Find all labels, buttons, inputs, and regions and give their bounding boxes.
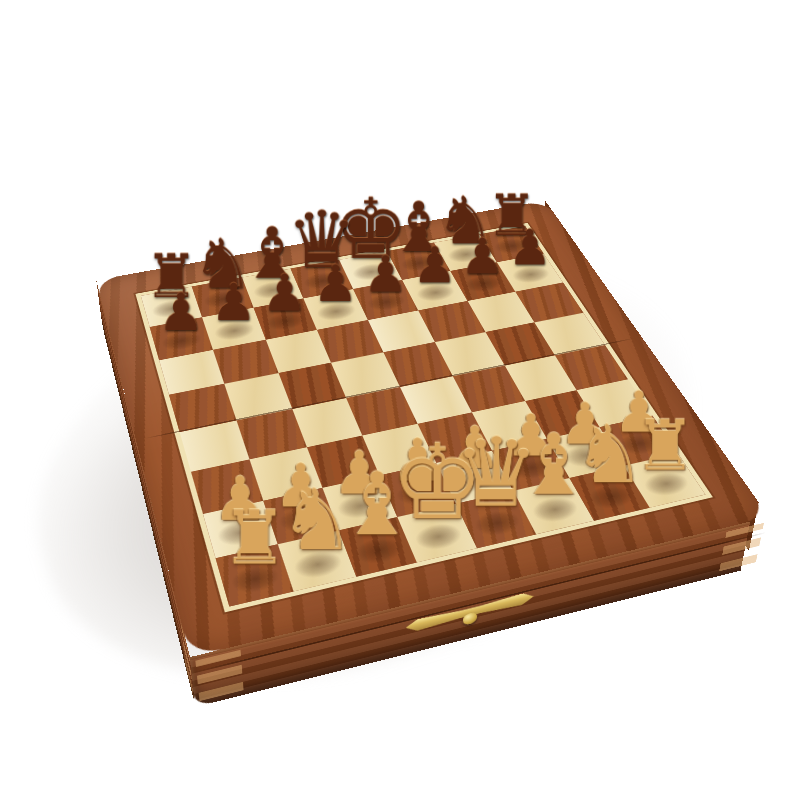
square-b7[interactable]: ♟ xyxy=(202,308,265,350)
piece-black-pawn[interactable]: ♟ xyxy=(262,269,308,317)
piece-black-pawn[interactable]: ♟ xyxy=(210,279,256,328)
square-b1[interactable]: ♞ xyxy=(278,531,356,592)
chess-box: ♜♞♝♛♚♝♞♜♟♟♟♟♟♟♟♟♟♟♟♟♟♟♟♟♜♞♝♚♛♝♞♜ xyxy=(96,200,769,657)
piece-white-knight[interactable]: ♞ xyxy=(279,479,355,560)
product-photo: ♜♞♝♛♚♝♞♜♟♟♟♟♟♟♟♟♟♟♟♟♟♟♟♟♜♞♝♚♛♝♞♜ xyxy=(0,0,800,800)
piece-black-pawn[interactable]: ♟ xyxy=(508,225,552,271)
chess-board: ♜♞♝♛♚♝♞♜♟♟♟♟♟♟♟♟♟♟♟♟♟♟♟♟♜♞♝♚♛♝♞♜ xyxy=(141,226,706,606)
piece-black-pawn[interactable]: ♟ xyxy=(363,251,408,299)
piece-black-pawn[interactable]: ♟ xyxy=(313,260,358,308)
piece-white-rook[interactable]: ♜ xyxy=(221,504,287,574)
latch-knob xyxy=(463,611,478,625)
square-a1[interactable]: ♜ xyxy=(216,544,294,606)
square-c6[interactable] xyxy=(265,330,331,374)
scene: ♜♞♝♛♚♝♞♜♟♟♟♟♟♟♟♟♟♟♟♟♟♟♟♟♜♞♝♚♛♝♞♜ xyxy=(0,0,800,800)
piece-black-pawn[interactable]: ♟ xyxy=(158,288,205,337)
piece-black-pawn[interactable]: ♟ xyxy=(461,233,505,280)
piece-black-pawn[interactable]: ♟ xyxy=(412,242,457,289)
